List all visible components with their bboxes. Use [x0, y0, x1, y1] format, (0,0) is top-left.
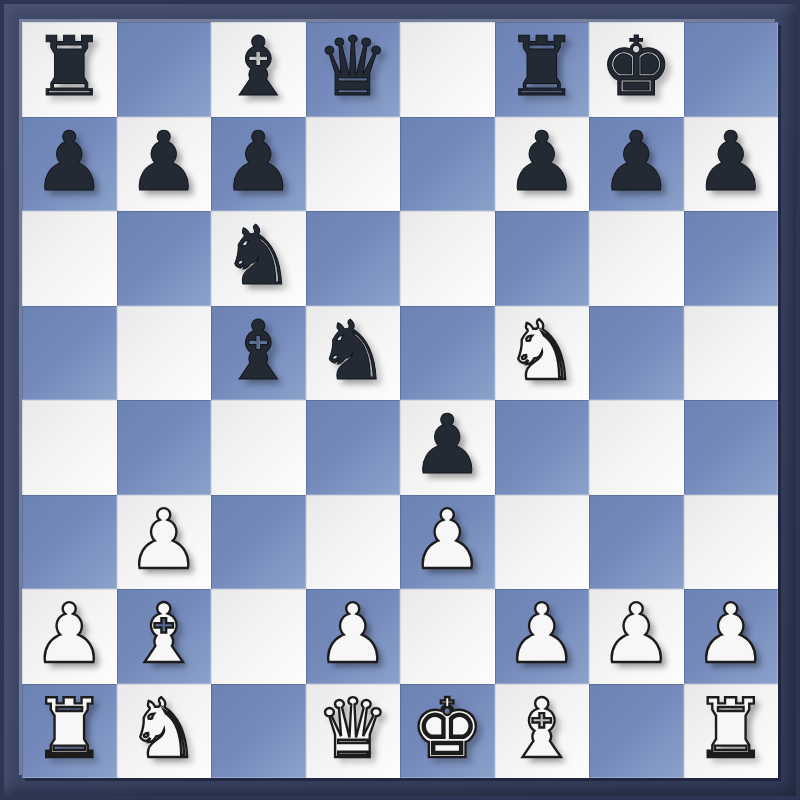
square-g5[interactable] — [589, 306, 684, 401]
square-h3[interactable] — [684, 495, 779, 590]
black-rook-a8[interactable]: ♜ — [32, 26, 106, 108]
white-king-e1[interactable]: ♚ — [410, 688, 484, 770]
square-h1[interactable]: ♜ — [684, 684, 779, 779]
black-pawn-f7[interactable]: ♟ — [505, 121, 579, 203]
square-e7[interactable] — [400, 117, 495, 212]
square-b8[interactable] — [117, 22, 212, 117]
square-b2[interactable]: ♝ — [117, 589, 212, 684]
square-c7[interactable]: ♟ — [211, 117, 306, 212]
square-g2[interactable]: ♟ — [589, 589, 684, 684]
square-b4[interactable] — [117, 400, 212, 495]
square-e5[interactable] — [400, 306, 495, 401]
white-knight-f5[interactable]: ♞ — [505, 310, 579, 392]
white-pawn-h2[interactable]: ♟ — [694, 593, 768, 675]
square-f6[interactable] — [495, 211, 590, 306]
square-g7[interactable]: ♟ — [589, 117, 684, 212]
black-bishop-c5[interactable]: ♝ — [221, 310, 295, 392]
square-f7[interactable]: ♟ — [495, 117, 590, 212]
square-a6[interactable] — [22, 211, 117, 306]
square-b7[interactable]: ♟ — [117, 117, 212, 212]
square-g4[interactable] — [589, 400, 684, 495]
white-bishop-f1[interactable]: ♝ — [505, 688, 579, 770]
square-e6[interactable] — [400, 211, 495, 306]
white-pawn-d2[interactable]: ♟ — [316, 593, 390, 675]
square-a3[interactable] — [22, 495, 117, 590]
square-g6[interactable] — [589, 211, 684, 306]
black-king-g8[interactable]: ♚ — [599, 26, 673, 108]
square-c8[interactable]: ♝ — [211, 22, 306, 117]
black-pawn-e4[interactable]: ♟ — [410, 404, 484, 486]
white-rook-h1[interactable]: ♜ — [694, 688, 768, 770]
square-c6[interactable]: ♞ — [211, 211, 306, 306]
white-pawn-b3[interactable]: ♟ — [127, 499, 201, 581]
square-d5[interactable]: ♞ — [306, 306, 401, 401]
square-a2[interactable]: ♟ — [22, 589, 117, 684]
black-knight-c6[interactable]: ♞ — [221, 215, 295, 297]
square-a5[interactable] — [22, 306, 117, 401]
white-pawn-f2[interactable]: ♟ — [505, 593, 579, 675]
square-f8[interactable]: ♜ — [495, 22, 590, 117]
white-knight-b1[interactable]: ♞ — [127, 688, 201, 770]
square-e3[interactable]: ♟ — [400, 495, 495, 590]
black-bishop-c8[interactable]: ♝ — [221, 26, 295, 108]
square-d2[interactable]: ♟ — [306, 589, 401, 684]
board-frame: ♜♝♛♜♚♟♟♟♟♟♟♞♝♞♞♟♟♟♟♝♟♟♟♟♜♞♛♚♝♜ — [0, 0, 800, 800]
square-b3[interactable]: ♟ — [117, 495, 212, 590]
square-e4[interactable]: ♟ — [400, 400, 495, 495]
square-f2[interactable]: ♟ — [495, 589, 590, 684]
square-c2[interactable] — [211, 589, 306, 684]
square-e8[interactable] — [400, 22, 495, 117]
square-c5[interactable]: ♝ — [211, 306, 306, 401]
square-g1[interactable] — [589, 684, 684, 779]
square-b1[interactable]: ♞ — [117, 684, 212, 779]
square-h5[interactable] — [684, 306, 779, 401]
black-pawn-g7[interactable]: ♟ — [599, 121, 673, 203]
white-pawn-e3[interactable]: ♟ — [410, 499, 484, 581]
black-pawn-b7[interactable]: ♟ — [127, 121, 201, 203]
square-c1[interactable] — [211, 684, 306, 779]
square-b6[interactable] — [117, 211, 212, 306]
square-f3[interactable] — [495, 495, 590, 590]
white-queen-d1[interactable]: ♛ — [316, 688, 390, 770]
square-d1[interactable]: ♛ — [306, 684, 401, 779]
black-queen-d8[interactable]: ♛ — [316, 26, 390, 108]
square-g8[interactable]: ♚ — [589, 22, 684, 117]
square-d7[interactable] — [306, 117, 401, 212]
square-e2[interactable] — [400, 589, 495, 684]
square-e1[interactable]: ♚ — [400, 684, 495, 779]
square-d6[interactable] — [306, 211, 401, 306]
white-pawn-g2[interactable]: ♟ — [599, 593, 673, 675]
square-d8[interactable]: ♛ — [306, 22, 401, 117]
square-c3[interactable] — [211, 495, 306, 590]
square-a7[interactable]: ♟ — [22, 117, 117, 212]
square-f5[interactable]: ♞ — [495, 306, 590, 401]
square-h8[interactable] — [684, 22, 779, 117]
white-rook-a1[interactable]: ♜ — [32, 688, 106, 770]
white-pawn-a2[interactable]: ♟ — [32, 593, 106, 675]
black-rook-f8[interactable]: ♜ — [505, 26, 579, 108]
square-a8[interactable]: ♜ — [22, 22, 117, 117]
black-pawn-h7[interactable]: ♟ — [694, 121, 768, 203]
chess-board[interactable]: ♜♝♛♜♚♟♟♟♟♟♟♞♝♞♞♟♟♟♟♝♟♟♟♟♜♞♛♚♝♜ — [22, 22, 778, 778]
square-a1[interactable]: ♜ — [22, 684, 117, 779]
black-pawn-a7[interactable]: ♟ — [32, 121, 106, 203]
square-h7[interactable]: ♟ — [684, 117, 779, 212]
black-knight-d5[interactable]: ♞ — [316, 310, 390, 392]
square-f4[interactable] — [495, 400, 590, 495]
square-c4[interactable] — [211, 400, 306, 495]
square-a4[interactable] — [22, 400, 117, 495]
square-b5[interactable] — [117, 306, 212, 401]
square-h6[interactable] — [684, 211, 779, 306]
square-f1[interactable]: ♝ — [495, 684, 590, 779]
white-bishop-b2[interactable]: ♝ — [127, 593, 201, 675]
square-h4[interactable] — [684, 400, 779, 495]
square-g3[interactable] — [589, 495, 684, 590]
square-d3[interactable] — [306, 495, 401, 590]
square-h2[interactable]: ♟ — [684, 589, 779, 684]
black-pawn-c7[interactable]: ♟ — [221, 121, 295, 203]
square-d4[interactable] — [306, 400, 401, 495]
